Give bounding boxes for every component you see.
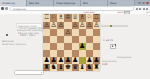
square-f8-piece[interactable]: ♝ xyxy=(57,64,64,71)
square-g1-piece[interactable]: ♘ xyxy=(50,14,57,21)
square-a7-piece[interactable]: ♟ xyxy=(93,57,100,64)
tab-label: Mail xyxy=(83,2,88,4)
square-d2-piece[interactable]: ♙ xyxy=(72,22,79,29)
clock: 0:05 xyxy=(102,51,115,70)
square-f2-piece[interactable]: ♙ xyxy=(57,22,64,29)
square-d7-piece[interactable]: ♟ xyxy=(72,57,79,64)
browser-window: lichess.orgNew TabChess OpeningsMailNews… xyxy=(0,0,150,79)
square-a2-piece[interactable]: ♙ xyxy=(93,22,100,29)
square-g2-piece[interactable]: ♙ xyxy=(50,22,57,29)
square-h8-piece[interactable]: ♜ xyxy=(43,64,50,71)
square-c5-piece[interactable]: ♟ xyxy=(79,43,86,50)
square-c3[interactable] xyxy=(79,29,86,36)
square-c6[interactable] xyxy=(79,50,86,57)
tab-label: lichess.org xyxy=(2,2,15,4)
square-e8-piece[interactable]: ♚ xyxy=(64,64,71,71)
square-d8-piece[interactable]: ♛ xyxy=(72,64,79,71)
tab-label: News xyxy=(110,2,116,4)
square-g6[interactable] xyxy=(50,50,57,57)
square-g5[interactable] xyxy=(50,43,57,50)
square-b6[interactable] xyxy=(86,50,93,57)
square-b7-piece[interactable]: ♟ xyxy=(86,57,93,64)
square-e1-piece[interactable]: ♔ xyxy=(64,14,71,21)
square-h4[interactable] xyxy=(43,36,50,43)
back-icon[interactable] xyxy=(1,7,4,10)
square-b2-piece[interactable]: ♙ xyxy=(86,22,93,29)
square-a3[interactable] xyxy=(93,29,100,36)
square-h3[interactable] xyxy=(43,29,50,36)
square-f3[interactable] xyxy=(57,29,64,36)
square-d5[interactable] xyxy=(72,43,79,50)
square-d3[interactable] xyxy=(72,29,79,36)
square-a8-piece[interactable]: ♜ xyxy=(93,64,100,71)
square-h6[interactable] xyxy=(43,50,50,57)
square-f5[interactable] xyxy=(57,43,64,50)
square-b4[interactable] xyxy=(86,36,93,43)
square-g3[interactable] xyxy=(50,29,57,36)
tab-label: New Tab xyxy=(29,2,39,4)
square-c4[interactable] xyxy=(79,36,86,43)
square-g8-piece[interactable]: ♞ xyxy=(50,64,57,71)
chat-user-icon xyxy=(6,34,8,36)
square-c8-piece[interactable]: ♝ xyxy=(79,64,86,71)
square-f4[interactable] xyxy=(57,36,64,43)
url-text: lichess.org xyxy=(13,7,26,9)
square-h5[interactable] xyxy=(43,43,50,50)
square-h2-piece[interactable]: ♙ xyxy=(43,22,50,29)
square-e7-piece[interactable]: ♟ xyxy=(64,57,71,64)
square-b8-piece[interactable]: ♞ xyxy=(86,64,93,71)
square-d4[interactable] xyxy=(72,36,79,43)
square-b3[interactable] xyxy=(86,29,93,36)
page-content: 5+3 • Casual • Blitz Anonymous vs Anonym… xyxy=(0,14,150,79)
square-h1-piece[interactable]: ♖ xyxy=(43,14,50,21)
square-g4[interactable] xyxy=(50,36,57,43)
square-d6[interactable] xyxy=(72,50,79,57)
square-g7-piece[interactable]: ♟ xyxy=(50,57,57,64)
square-b5[interactable] xyxy=(86,43,93,50)
close-icon[interactable] xyxy=(146,2,149,5)
square-e3-piece[interactable]: ♙ xyxy=(64,29,71,36)
tab-label: Chess Openings xyxy=(56,2,75,4)
spectator-room-box[interactable]: Spectator room xyxy=(16,23,42,27)
square-a6[interactable] xyxy=(93,50,100,57)
square-e2[interactable] xyxy=(64,22,71,29)
square-c1-piece[interactable]: ♗ xyxy=(79,14,86,21)
square-f1-piece[interactable]: ♗ xyxy=(57,14,64,21)
chat-input[interactable] xyxy=(14,70,44,75)
square-b1-piece[interactable]: ♘ xyxy=(86,14,93,21)
maximize-icon[interactable] xyxy=(142,2,145,5)
square-c7[interactable] xyxy=(79,57,86,64)
forward-icon[interactable] xyxy=(5,7,8,10)
square-d1-piece[interactable]: ♕ xyxy=(72,14,79,21)
square-e6[interactable] xyxy=(64,50,71,57)
square-c2-piece[interactable]: ♙ xyxy=(79,22,86,29)
square-e4[interactable] xyxy=(64,36,71,43)
square-a1-piece[interactable]: ♖ xyxy=(93,14,100,21)
square-f6[interactable] xyxy=(57,50,64,57)
send-icon[interactable] xyxy=(41,72,42,73)
square-a5[interactable] xyxy=(93,43,100,50)
chess-board: ♖♘♗♔♕♗♘♖♙♙♙♙♙♙♙♙♟♟♟♟♟♟♟♟♜♞♝♚♛♝♞♜ xyxy=(43,14,100,71)
square-e5[interactable] xyxy=(64,43,71,50)
minimize-icon[interactable] xyxy=(138,2,141,5)
square-a4[interactable] xyxy=(93,36,100,43)
square-h7-piece[interactable]: ♟ xyxy=(43,57,50,64)
square-f7-piece[interactable]: ♟ xyxy=(57,57,64,64)
